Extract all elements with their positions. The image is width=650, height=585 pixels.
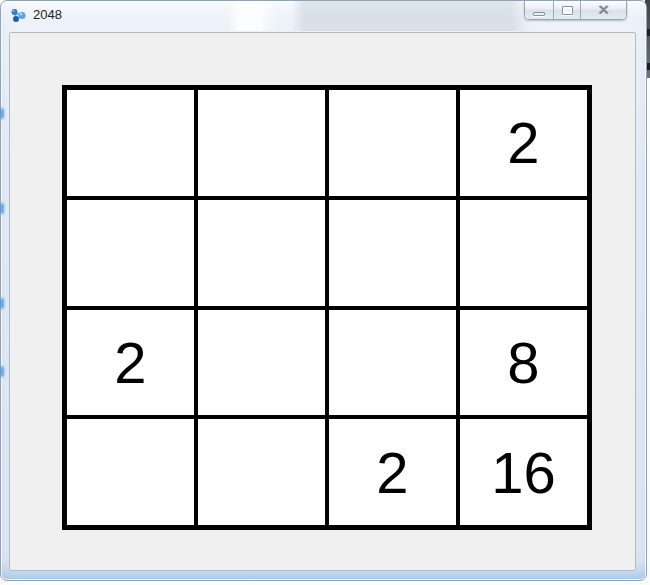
cell-r3c3 xyxy=(329,310,456,416)
desktop-icon-speck xyxy=(0,366,4,377)
close-button[interactable]: ✕ xyxy=(581,1,626,19)
cell-r1c4: 2 xyxy=(460,90,587,196)
close-icon: ✕ xyxy=(598,3,610,17)
app-window: 2048 ✕ 228216 xyxy=(0,0,647,581)
caption-buttons: ✕ xyxy=(524,1,627,20)
cell-r2c4 xyxy=(460,200,587,306)
desktop-icon-speck xyxy=(0,203,4,214)
minimize-icon xyxy=(533,12,545,16)
cell-r3c4: 8 xyxy=(460,310,587,416)
maximize-button[interactable] xyxy=(554,1,581,19)
game-board-2048: 228216 xyxy=(62,85,592,530)
cell-r2c2 xyxy=(198,200,325,306)
titlebar[interactable]: 2048 ✕ xyxy=(1,1,646,31)
cell-r2c1 xyxy=(67,200,194,306)
maximize-icon xyxy=(562,6,573,15)
minimize-button[interactable] xyxy=(525,1,554,19)
cell-r4c3: 2 xyxy=(329,419,456,525)
cell-r1c3 xyxy=(329,90,456,196)
window-title: 2048 xyxy=(33,7,62,23)
desktop-icon-speck xyxy=(0,108,4,119)
cell-r3c1: 2 xyxy=(67,310,194,416)
cell-r4c1 xyxy=(67,419,194,525)
cell-r2c3 xyxy=(329,200,456,306)
cell-r3c2 xyxy=(198,310,325,416)
desktop-icon-speck xyxy=(0,298,4,309)
cell-r4c4: 16 xyxy=(460,419,587,525)
client-area: 228216 xyxy=(9,32,636,571)
cell-r4c2 xyxy=(198,419,325,525)
cell-r1c2 xyxy=(198,90,325,196)
cell-r1c1 xyxy=(67,90,194,196)
title-group: 2048 xyxy=(10,7,62,23)
app-icon xyxy=(10,7,27,23)
